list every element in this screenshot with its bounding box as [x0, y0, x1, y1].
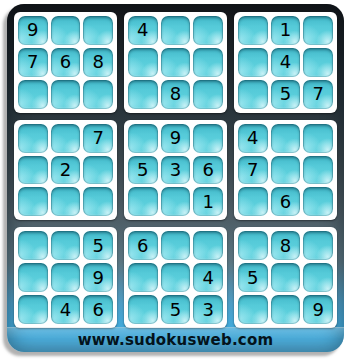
sudoku-cell[interactable]: [128, 80, 158, 109]
cell-digit: 3: [202, 301, 213, 319]
sudoku-cell[interactable]: [161, 187, 191, 216]
cell-digit: 9: [170, 129, 181, 147]
sudoku-cell[interactable]: 5: [83, 231, 113, 260]
sudoku-cell[interactable]: [303, 16, 333, 45]
cell-digit: 1: [280, 21, 291, 39]
sudoku-cell[interactable]: [128, 187, 158, 216]
sudoku-cell[interactable]: 9: [18, 16, 48, 45]
sudoku-cell[interactable]: [303, 156, 333, 185]
sudoku-cell[interactable]: [83, 80, 113, 109]
sudoku-cell[interactable]: [161, 231, 191, 260]
sudoku-cell[interactable]: 1: [193, 187, 223, 216]
sudoku-cell[interactable]: 7: [83, 124, 113, 153]
sudoku-cell[interactable]: 7: [303, 80, 333, 109]
sudoku-cell[interactable]: [161, 263, 191, 292]
sudoku-cell[interactable]: [18, 187, 48, 216]
sudoku-cell[interactable]: 6: [271, 187, 301, 216]
sudoku-cell[interactable]: [238, 16, 268, 45]
sudoku-cell[interactable]: [303, 124, 333, 153]
sudoku-cell[interactable]: [193, 48, 223, 77]
sudoku-cell[interactable]: [51, 231, 81, 260]
sudoku-cell[interactable]: [83, 187, 113, 216]
sudoku-cell[interactable]: 5: [161, 295, 191, 324]
sudoku-cell[interactable]: 5: [271, 80, 301, 109]
sudoku-cell[interactable]: 2: [51, 156, 81, 185]
sudoku-cell[interactable]: [238, 48, 268, 77]
cell-digit: 7: [312, 85, 323, 103]
sudoku-cell[interactable]: [193, 124, 223, 153]
sudoku-cell[interactable]: [128, 263, 158, 292]
sudoku-cell[interactable]: [128, 48, 158, 77]
sudoku-box: 48: [124, 12, 227, 113]
sudoku-cell[interactable]: [161, 48, 191, 77]
sudoku-cell[interactable]: 9: [83, 263, 113, 292]
sudoku-cell[interactable]: 6: [51, 48, 81, 77]
sudoku-cell[interactable]: [271, 295, 301, 324]
sudoku-cell[interactable]: [303, 187, 333, 216]
sudoku-cell[interactable]: [303, 231, 333, 260]
sudoku-cell[interactable]: 8: [271, 231, 301, 260]
sudoku-box: 9768: [14, 12, 117, 113]
cell-digit: 4: [280, 53, 291, 71]
sudoku-cell[interactable]: 4: [238, 124, 268, 153]
sudoku-grid: 9768481457729536147659466453859: [14, 12, 337, 328]
sudoku-cell[interactable]: [18, 156, 48, 185]
sudoku-cell[interactable]: [18, 231, 48, 260]
cell-digit: 5: [247, 269, 258, 287]
cell-digit: 9: [27, 21, 38, 39]
sudoku-cell[interactable]: 7: [238, 156, 268, 185]
cell-digit: 8: [280, 237, 291, 255]
sudoku-cell[interactable]: 8: [83, 48, 113, 77]
sudoku-cell[interactable]: [83, 156, 113, 185]
sudoku-cell[interactable]: [128, 295, 158, 324]
sudoku-cell[interactable]: [238, 295, 268, 324]
sudoku-cell[interactable]: [18, 263, 48, 292]
sudoku-cell[interactable]: 7: [18, 48, 48, 77]
sudoku-cell[interactable]: [51, 263, 81, 292]
sudoku-cell[interactable]: [271, 156, 301, 185]
cell-digit: 8: [92, 53, 103, 71]
cell-digit: 5: [170, 301, 181, 319]
site-footer: www.sudokusweb.com: [7, 327, 344, 352]
sudoku-cell[interactable]: [303, 48, 333, 77]
sudoku-cell[interactable]: 5: [238, 263, 268, 292]
sudoku-cell[interactable]: [51, 16, 81, 45]
sudoku-cell[interactable]: [271, 263, 301, 292]
cell-digit: 7: [27, 53, 38, 71]
sudoku-cell[interactable]: [51, 80, 81, 109]
sudoku-box: 72: [14, 120, 117, 221]
cell-digit: 4: [60, 301, 71, 319]
sudoku-cell[interactable]: [238, 80, 268, 109]
sudoku-cell[interactable]: [51, 124, 81, 153]
sudoku-cell[interactable]: 6: [83, 295, 113, 324]
sudoku-box: 95361: [124, 120, 227, 221]
cell-digit: 8: [170, 85, 181, 103]
sudoku-cell[interactable]: 4: [128, 16, 158, 45]
cell-digit: 6: [92, 301, 103, 319]
cell-digit: 6: [280, 193, 291, 211]
cell-digit: 6: [60, 53, 71, 71]
cell-digit: 9: [92, 269, 103, 287]
sudoku-cell[interactable]: [193, 16, 223, 45]
sudoku-cell[interactable]: 5: [128, 156, 158, 185]
cell-digit: 5: [280, 85, 291, 103]
sudoku-cell[interactable]: 6: [128, 231, 158, 260]
site-url: www.sudokusweb.com: [78, 331, 273, 349]
cell-digit: 4: [247, 129, 258, 147]
cell-digit: 7: [92, 129, 103, 147]
cell-digit: 6: [137, 237, 148, 255]
sudoku-cell[interactable]: [51, 187, 81, 216]
sudoku-cell[interactable]: [271, 124, 301, 153]
cell-digit: 4: [137, 21, 148, 39]
cell-digit: 5: [137, 161, 148, 179]
cell-digit: 5: [92, 237, 103, 255]
sudoku-box: 1457: [234, 12, 337, 113]
cell-digit: 7: [247, 161, 258, 179]
sudoku-cell[interactable]: 3: [193, 295, 223, 324]
sudoku-cell[interactable]: 4: [51, 295, 81, 324]
sudoku-cell[interactable]: 9: [303, 295, 333, 324]
sudoku-cell[interactable]: [83, 16, 113, 45]
sudoku-cell[interactable]: [128, 124, 158, 153]
sudoku-box: 6453: [124, 227, 227, 328]
cell-digit: 9: [312, 301, 323, 319]
sudoku-cell[interactable]: [238, 187, 268, 216]
sudoku-box: 5946: [14, 227, 117, 328]
sudoku-cell[interactable]: [18, 295, 48, 324]
sudoku-box: 859: [234, 227, 337, 328]
sudoku-cell[interactable]: [303, 263, 333, 292]
sudoku-cell[interactable]: 4: [193, 263, 223, 292]
cell-digit: 6: [202, 161, 213, 179]
sudoku-cell[interactable]: 8: [161, 80, 191, 109]
sudoku-cell[interactable]: [193, 80, 223, 109]
sudoku-cell[interactable]: [18, 80, 48, 109]
sudoku-cell[interactable]: 6: [193, 156, 223, 185]
cell-digit: 2: [60, 161, 71, 179]
sudoku-cell[interactable]: 4: [271, 48, 301, 77]
sudoku-cell[interactable]: 1: [271, 16, 301, 45]
cell-digit: 3: [170, 161, 181, 179]
cell-digit: 1: [202, 193, 213, 211]
sudoku-box: 476: [234, 120, 337, 221]
cell-digit: 4: [202, 269, 213, 287]
sudoku-cell[interactable]: [193, 231, 223, 260]
sudoku-cell[interactable]: [161, 16, 191, 45]
sudoku-cell[interactable]: 9: [161, 124, 191, 153]
sudoku-board: 9768481457729536147659466453859 www.sudo…: [7, 4, 344, 352]
sudoku-cell[interactable]: 3: [161, 156, 191, 185]
sudoku-cell[interactable]: [18, 124, 48, 153]
sudoku-cell[interactable]: [238, 231, 268, 260]
